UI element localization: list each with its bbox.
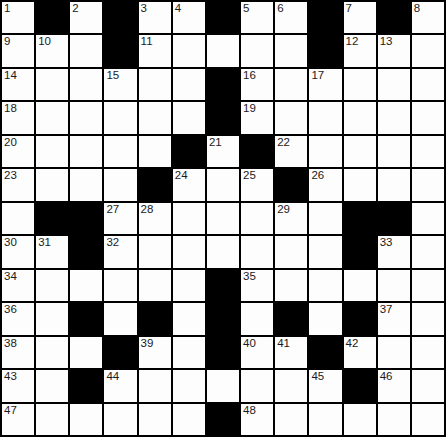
black-cell-r1c7 — [207, 2, 239, 33]
clue-number-37: 37 — [380, 303, 393, 316]
cell-r13c11[interactable] — [344, 404, 376, 435]
clue-number-42: 42 — [346, 337, 359, 350]
cell-r11c5[interactable]: 39 — [139, 337, 171, 368]
cell-r2c9[interactable] — [275, 35, 307, 66]
clue-number-30: 30 — [4, 236, 17, 249]
black-cell-r1c4 — [104, 2, 136, 33]
cell-r10c8[interactable] — [241, 303, 273, 334]
cell-r8c12[interactable]: 33 — [378, 236, 410, 267]
clue-number-25: 25 — [243, 169, 256, 182]
cell-r3c6[interactable] — [173, 69, 205, 100]
black-cell-r9c7 — [207, 270, 239, 301]
cell-r4c13[interactable] — [412, 102, 444, 133]
cell-r10c10[interactable] — [309, 303, 341, 334]
black-cell-r10c9 — [275, 303, 307, 334]
black-cell-r1c10 — [309, 2, 341, 33]
cell-r4c11[interactable] — [344, 102, 376, 133]
clue-number-29: 29 — [277, 203, 290, 216]
cell-r13c5[interactable] — [139, 404, 171, 435]
cell-r8c6[interactable] — [173, 236, 205, 267]
clue-number-28: 28 — [141, 203, 154, 216]
clue-number-17: 17 — [311, 69, 324, 82]
cell-r10c6[interactable] — [173, 303, 205, 334]
cell-r8c7[interactable] — [207, 236, 239, 267]
clue-number-47: 47 — [4, 404, 17, 417]
clue-number-39: 39 — [141, 337, 154, 350]
cell-r6c2[interactable] — [36, 169, 68, 200]
clue-number-6: 6 — [277, 2, 283, 15]
black-cell-r13c7 — [207, 404, 239, 435]
cell-r11c8[interactable]: 40 — [241, 337, 273, 368]
cell-r12c5[interactable] — [139, 370, 171, 401]
clue-number-16: 16 — [243, 69, 256, 82]
cell-r12c9[interactable] — [275, 370, 307, 401]
cell-r4c2[interactable] — [36, 102, 68, 133]
black-cell-r11c4 — [104, 337, 136, 368]
clue-number-27: 27 — [106, 203, 119, 216]
clue-number-20: 20 — [4, 136, 17, 149]
clue-number-33: 33 — [380, 236, 393, 249]
cell-r1c1[interactable]: 1 — [2, 2, 34, 33]
cell-r1c11[interactable]: 7 — [344, 2, 376, 33]
clue-number-41: 41 — [277, 337, 290, 350]
cell-r7c10[interactable] — [309, 203, 341, 234]
cell-r11c3[interactable] — [70, 337, 102, 368]
cell-r12c7[interactable] — [207, 370, 239, 401]
cell-r2c8[interactable] — [241, 35, 273, 66]
cell-r9c13[interactable] — [412, 270, 444, 301]
cell-r12c8[interactable] — [241, 370, 273, 401]
black-cell-r7c12 — [378, 203, 410, 234]
cell-r3c2[interactable] — [36, 69, 68, 100]
clue-number-7: 7 — [346, 2, 352, 15]
cell-r4c3[interactable] — [70, 102, 102, 133]
cell-r3c13[interactable] — [412, 69, 444, 100]
cell-r13c8[interactable]: 48 — [241, 404, 273, 435]
cell-r4c12[interactable] — [378, 102, 410, 133]
clue-number-22: 22 — [277, 136, 290, 149]
cell-r11c1[interactable]: 38 — [2, 337, 34, 368]
cell-r11c11[interactable]: 42 — [344, 337, 376, 368]
cell-r3c4[interactable]: 15 — [104, 69, 136, 100]
cell-r5c1[interactable]: 20 — [2, 136, 34, 167]
cell-r3c11[interactable] — [344, 69, 376, 100]
black-cell-r12c3 — [70, 370, 102, 401]
cell-r13c12[interactable] — [378, 404, 410, 435]
cell-r7c1[interactable] — [2, 203, 34, 234]
cell-r5c3[interactable] — [70, 136, 102, 167]
black-cell-r11c10 — [309, 337, 341, 368]
black-cell-r10c7 — [207, 303, 239, 334]
cell-r6c1[interactable]: 23 — [2, 169, 34, 200]
black-cell-r5c8 — [241, 136, 273, 167]
cell-r2c3[interactable] — [70, 35, 102, 66]
cell-r12c10[interactable]: 45 — [309, 370, 341, 401]
clue-number-4: 4 — [175, 2, 181, 15]
cell-r3c9[interactable] — [275, 69, 307, 100]
black-cell-r11c7 — [207, 337, 239, 368]
cell-r11c6[interactable] — [173, 337, 205, 368]
cell-r6c3[interactable] — [70, 169, 102, 200]
cell-r12c12[interactable]: 46 — [378, 370, 410, 401]
black-cell-r12c11 — [344, 370, 376, 401]
cell-r7c8[interactable] — [241, 203, 273, 234]
cell-r6c4[interactable] — [104, 169, 136, 200]
clue-number-24: 24 — [175, 169, 188, 182]
cell-r9c10[interactable] — [309, 270, 341, 301]
clue-number-48: 48 — [243, 404, 256, 417]
clue-number-26: 26 — [311, 169, 324, 182]
clue-number-8: 8 — [414, 2, 420, 15]
black-cell-r8c3 — [70, 236, 102, 267]
cell-r4c1[interactable]: 18 — [2, 102, 34, 133]
clue-number-36: 36 — [4, 303, 17, 316]
cell-r7c5[interactable]: 28 — [139, 203, 171, 234]
clue-number-45: 45 — [311, 370, 324, 383]
clue-number-2: 2 — [72, 2, 78, 15]
cell-r5c7[interactable]: 21 — [207, 136, 239, 167]
cell-r6c12[interactable] — [378, 169, 410, 200]
cell-r6c10[interactable]: 26 — [309, 169, 341, 200]
cell-r12c6[interactable] — [173, 370, 205, 401]
cell-r5c5[interactable] — [139, 136, 171, 167]
cell-r1c6[interactable]: 4 — [173, 2, 205, 33]
black-cell-r8c11 — [344, 236, 376, 267]
cell-r8c2[interactable]: 31 — [36, 236, 68, 267]
cell-r2c2[interactable]: 10 — [36, 35, 68, 66]
clue-number-46: 46 — [380, 370, 393, 383]
black-cell-r7c11 — [344, 203, 376, 234]
cell-r3c10[interactable]: 17 — [309, 69, 341, 100]
cell-r5c9[interactable]: 22 — [275, 136, 307, 167]
crossword-grid: 1234567891011121314151617181920212223242… — [0, 0, 446, 437]
cell-r2c1[interactable]: 9 — [2, 35, 34, 66]
cell-r13c4[interactable] — [104, 404, 136, 435]
cell-r4c4[interactable] — [104, 102, 136, 133]
cell-r10c4[interactable] — [104, 303, 136, 334]
black-cell-r4c7 — [207, 102, 239, 133]
cell-r7c6[interactable] — [173, 203, 205, 234]
cell-r9c6[interactable] — [173, 270, 205, 301]
clue-number-13: 13 — [380, 35, 393, 48]
cell-r8c5[interactable] — [139, 236, 171, 267]
cell-r6c8[interactable]: 25 — [241, 169, 273, 200]
clue-number-38: 38 — [4, 337, 17, 350]
cell-r12c13[interactable] — [412, 370, 444, 401]
clue-number-3: 3 — [141, 2, 147, 15]
clue-number-5: 5 — [243, 2, 249, 15]
black-cell-r6c5 — [139, 169, 171, 200]
cell-r5c2[interactable] — [36, 136, 68, 167]
cell-r8c8[interactable] — [241, 236, 273, 267]
cell-r8c13[interactable] — [412, 236, 444, 267]
black-cell-r10c3 — [70, 303, 102, 334]
cell-r12c4[interactable]: 44 — [104, 370, 136, 401]
cell-r3c8[interactable]: 16 — [241, 69, 273, 100]
cell-r13c6[interactable] — [173, 404, 205, 435]
cell-r3c12[interactable] — [378, 69, 410, 100]
cell-r13c2[interactable] — [36, 404, 68, 435]
cell-r10c12[interactable]: 37 — [378, 303, 410, 334]
cell-r9c1[interactable]: 34 — [2, 270, 34, 301]
cell-r4c8[interactable]: 19 — [241, 102, 273, 133]
cell-r6c7[interactable] — [207, 169, 239, 200]
cell-r4c9[interactable] — [275, 102, 307, 133]
cell-r6c13[interactable] — [412, 169, 444, 200]
cell-r9c5[interactable] — [139, 270, 171, 301]
cell-r1c8[interactable]: 5 — [241, 2, 273, 33]
black-cell-r3c7 — [207, 69, 239, 100]
cell-r8c4[interactable]: 32 — [104, 236, 136, 267]
cell-r13c10[interactable] — [309, 404, 341, 435]
clue-number-9: 9 — [4, 35, 10, 48]
black-cell-r7c3 — [70, 203, 102, 234]
cell-r12c1[interactable]: 43 — [2, 370, 34, 401]
cell-r3c5[interactable] — [139, 69, 171, 100]
cell-r13c3[interactable] — [70, 404, 102, 435]
cell-r4c5[interactable] — [139, 102, 171, 133]
cell-r5c12[interactable] — [378, 136, 410, 167]
cell-r12c2[interactable] — [36, 370, 68, 401]
cell-r9c8[interactable]: 35 — [241, 270, 273, 301]
clue-number-40: 40 — [243, 337, 256, 350]
clue-number-10: 10 — [38, 35, 51, 48]
cell-r2c7[interactable] — [207, 35, 239, 66]
cell-r11c2[interactable] — [36, 337, 68, 368]
clue-number-12: 12 — [346, 35, 359, 48]
cell-r2c12[interactable]: 13 — [378, 35, 410, 66]
cell-r13c13[interactable] — [412, 404, 444, 435]
cell-r6c11[interactable] — [344, 169, 376, 200]
cell-r5c13[interactable] — [412, 136, 444, 167]
clue-number-15: 15 — [106, 69, 119, 82]
cell-r9c4[interactable] — [104, 270, 136, 301]
clue-number-14: 14 — [4, 69, 17, 82]
cell-r10c1[interactable]: 36 — [2, 303, 34, 334]
cell-r7c7[interactable] — [207, 203, 239, 234]
cell-r2c6[interactable] — [173, 35, 205, 66]
clue-number-34: 34 — [4, 270, 17, 283]
clue-number-19: 19 — [243, 102, 256, 115]
cell-r10c13[interactable] — [412, 303, 444, 334]
cell-r8c9[interactable] — [275, 236, 307, 267]
cell-r9c12[interactable] — [378, 270, 410, 301]
cell-r3c3[interactable] — [70, 69, 102, 100]
clue-number-23: 23 — [4, 169, 17, 182]
black-cell-r2c10 — [309, 35, 341, 66]
cell-r7c9[interactable]: 29 — [275, 203, 307, 234]
cell-r1c3[interactable]: 2 — [70, 2, 102, 33]
cell-r1c9[interactable]: 6 — [275, 2, 307, 33]
cell-r7c13[interactable] — [412, 203, 444, 234]
black-cell-r1c12 — [378, 2, 410, 33]
black-cell-r6c9 — [275, 169, 307, 200]
cell-r10c2[interactable] — [36, 303, 68, 334]
black-cell-r10c5 — [139, 303, 171, 334]
clue-number-31: 31 — [38, 236, 51, 249]
cell-r8c1[interactable]: 30 — [2, 236, 34, 267]
cell-r9c3[interactable] — [70, 270, 102, 301]
cell-r1c13[interactable]: 8 — [412, 2, 444, 33]
black-cell-r5c6 — [173, 136, 205, 167]
clue-number-11: 11 — [141, 35, 153, 48]
cell-r13c1[interactable]: 47 — [2, 404, 34, 435]
cell-r5c11[interactable] — [344, 136, 376, 167]
cell-r3c1[interactable]: 14 — [2, 69, 34, 100]
clue-number-44: 44 — [106, 370, 119, 383]
cell-r4c6[interactable] — [173, 102, 205, 133]
cell-r2c11[interactable]: 12 — [344, 35, 376, 66]
clue-number-1: 1 — [4, 2, 10, 15]
cell-r9c2[interactable] — [36, 270, 68, 301]
cell-r5c4[interactable] — [104, 136, 136, 167]
clue-number-18: 18 — [4, 102, 17, 115]
cell-r1c5[interactable]: 3 — [139, 2, 171, 33]
clue-number-32: 32 — [106, 236, 119, 249]
black-cell-r10c11 — [344, 303, 376, 334]
black-cell-r2c4 — [104, 35, 136, 66]
cell-r13c9[interactable] — [275, 404, 307, 435]
cell-r11c12[interactable] — [378, 337, 410, 368]
cell-r2c5[interactable]: 11 — [139, 35, 171, 66]
clue-number-43: 43 — [4, 370, 17, 383]
cell-r8c10[interactable] — [309, 236, 341, 267]
cell-r11c13[interactable] — [412, 337, 444, 368]
black-cell-r1c2 — [36, 2, 68, 33]
clue-number-21: 21 — [209, 136, 222, 149]
cell-r11c9[interactable]: 41 — [275, 337, 307, 368]
cell-r4c10[interactable] — [309, 102, 341, 133]
black-cell-r7c2 — [36, 203, 68, 234]
cell-r9c9[interactable] — [275, 270, 307, 301]
clue-number-35: 35 — [243, 270, 256, 283]
cell-r5c10[interactable] — [309, 136, 341, 167]
cell-r9c11[interactable] — [344, 270, 376, 301]
cell-r6c6[interactable]: 24 — [173, 169, 205, 200]
cell-r2c13[interactable] — [412, 35, 444, 66]
cell-r7c4[interactable]: 27 — [104, 203, 136, 234]
